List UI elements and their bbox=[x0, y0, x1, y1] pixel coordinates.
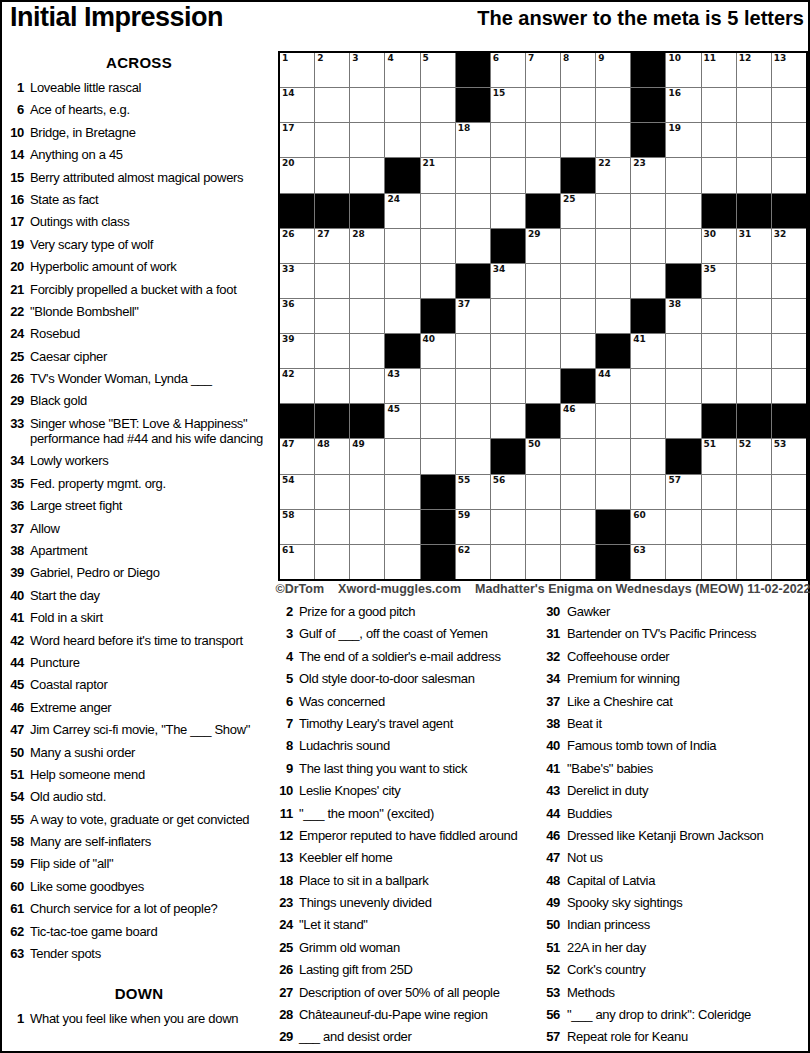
grid-cell[interactable]: 26 bbox=[280, 229, 314, 263]
grid-cell[interactable]: 60 bbox=[631, 510, 665, 544]
grid-cell[interactable]: 34 bbox=[491, 264, 525, 298]
grid-cell[interactable] bbox=[350, 475, 384, 509]
grid-cell-black bbox=[737, 194, 771, 228]
clue-number: 45 bbox=[0, 677, 24, 692]
cell-number: 40 bbox=[423, 334, 436, 344]
grid-cell[interactable] bbox=[631, 229, 665, 263]
clue-number: 36 bbox=[0, 498, 24, 513]
grid-cell[interactable] bbox=[491, 510, 525, 544]
clue-item: 1Loveable little rascal bbox=[0, 80, 278, 95]
grid-cell[interactable] bbox=[491, 299, 525, 333]
clue-text: Caesar cipher bbox=[30, 349, 278, 364]
grid-cell[interactable]: 35 bbox=[702, 264, 736, 298]
grid-cell[interactable] bbox=[421, 369, 455, 403]
grid-cell[interactable] bbox=[772, 510, 806, 544]
clue-item: 57Repeat role for Keanu bbox=[540, 1029, 808, 1044]
grid-cell-black bbox=[456, 53, 490, 87]
clue-item: 27Description of over 50% of all people bbox=[278, 985, 538, 1000]
clue-item: 45Coastal raptor bbox=[0, 677, 278, 692]
clue-number: 44 bbox=[0, 655, 24, 670]
grid-cell[interactable] bbox=[702, 369, 736, 403]
grid-cell[interactable] bbox=[385, 545, 419, 579]
clue-item: 29Black gold bbox=[0, 393, 278, 408]
grid-cell[interactable] bbox=[491, 369, 525, 403]
grid-cell[interactable] bbox=[666, 545, 700, 579]
grid-cell[interactable] bbox=[526, 264, 560, 298]
clue-item: 26TV's Wonder Woman, Lynda ___ bbox=[0, 371, 278, 386]
grid-cell[interactable] bbox=[561, 545, 595, 579]
grid-cell[interactable] bbox=[666, 334, 700, 368]
grid-cell[interactable] bbox=[702, 158, 736, 192]
clue-number: 26 bbox=[0, 371, 24, 386]
grid-cell[interactable] bbox=[456, 229, 490, 263]
clue-number: 27 bbox=[278, 985, 293, 1000]
grid-cell[interactable]: 46 bbox=[561, 404, 595, 438]
clue-item: 51Help someone mend bbox=[0, 767, 278, 782]
meta-answer-note: The answer to the meta is 5 letters bbox=[477, 7, 804, 30]
clue-number: 47 bbox=[0, 722, 24, 737]
grid-cell[interactable]: 12 bbox=[737, 53, 771, 87]
grid-cell[interactable] bbox=[596, 299, 630, 333]
grid-cell[interactable] bbox=[315, 545, 349, 579]
clue-text: "Babe's" babies bbox=[567, 761, 808, 776]
clue-item: 47Not us bbox=[540, 850, 808, 865]
clue-item: 55A way to vote, graduate or get convict… bbox=[0, 812, 278, 827]
grid-cell[interactable] bbox=[456, 158, 490, 192]
grid-cell[interactable] bbox=[491, 158, 525, 192]
grid-cell[interactable]: 16 bbox=[666, 88, 700, 122]
clue-number: 25 bbox=[0, 349, 24, 364]
grid-cell[interactable]: 24 bbox=[385, 194, 419, 228]
grid-cell[interactable] bbox=[772, 369, 806, 403]
grid-cell[interactable] bbox=[596, 123, 630, 157]
grid-cell[interactable] bbox=[772, 264, 806, 298]
grid-cell[interactable]: 18 bbox=[456, 123, 490, 157]
clue-text: Jim Carrey sci-fi movie, "The ___ Show" bbox=[30, 722, 278, 737]
clue-item: 29___ and desist order bbox=[278, 1029, 538, 1044]
grid-cell[interactable] bbox=[491, 194, 525, 228]
grid-cell[interactable] bbox=[315, 510, 349, 544]
grid-cell[interactable] bbox=[491, 334, 525, 368]
grid-cell[interactable] bbox=[421, 88, 455, 122]
grid-cell[interactable] bbox=[385, 229, 419, 263]
grid-cell[interactable] bbox=[772, 123, 806, 157]
grid-cell-black bbox=[315, 194, 349, 228]
grid-cell[interactable] bbox=[666, 229, 700, 263]
grid-cell[interactable] bbox=[421, 123, 455, 157]
grid-cell[interactable]: 48 bbox=[315, 439, 349, 473]
clue-number: 13 bbox=[278, 850, 293, 865]
grid-cell[interactable] bbox=[315, 123, 349, 157]
grid-cell[interactable]: 14 bbox=[280, 88, 314, 122]
grid-cell-black bbox=[666, 439, 700, 473]
grid-cell[interactable] bbox=[702, 88, 736, 122]
grid-cell[interactable]: 57 bbox=[666, 475, 700, 509]
grid-cell[interactable] bbox=[315, 158, 349, 192]
clue-text: Ace of hearts, e.g. bbox=[30, 102, 278, 117]
grid-cell[interactable] bbox=[350, 510, 384, 544]
clue-item: 56"___ any drop to drink": Coleridge bbox=[540, 1007, 808, 1022]
grid-cell[interactable]: 50 bbox=[526, 439, 560, 473]
clue-number: 11 bbox=[278, 806, 293, 821]
clue-number: 2 bbox=[278, 604, 293, 619]
grid-cell[interactable] bbox=[385, 299, 419, 333]
grid-cell[interactable] bbox=[491, 123, 525, 157]
cell-number: 29 bbox=[528, 229, 541, 239]
cell-number: 12 bbox=[739, 53, 752, 63]
grid-cell[interactable] bbox=[421, 264, 455, 298]
grid-cell[interactable]: 61 bbox=[280, 545, 314, 579]
grid-cell[interactable] bbox=[526, 510, 560, 544]
grid-cell[interactable] bbox=[561, 88, 595, 122]
grid-cell[interactable] bbox=[526, 88, 560, 122]
cell-number: 63 bbox=[633, 545, 646, 555]
grid-cell[interactable]: 55 bbox=[456, 475, 490, 509]
grid-cell[interactable] bbox=[631, 369, 665, 403]
clue-text: Cork's country bbox=[567, 962, 808, 977]
grid-cell[interactable] bbox=[702, 299, 736, 333]
grid-cell[interactable]: 44 bbox=[596, 369, 630, 403]
cell-number: 2 bbox=[317, 53, 323, 63]
clue-text: Châteauneuf-du-Pape wine region bbox=[299, 1007, 538, 1022]
grid-cell[interactable] bbox=[526, 299, 560, 333]
grid-cell[interactable] bbox=[702, 123, 736, 157]
grid-cell[interactable] bbox=[315, 369, 349, 403]
clue-text: Spooky sky sightings bbox=[567, 895, 808, 910]
grid-cell[interactable] bbox=[526, 475, 560, 509]
clue-text: Leslie Knopes' city bbox=[299, 783, 538, 798]
grid-cell[interactable]: 63 bbox=[631, 545, 665, 579]
grid-cell[interactable]: 21 bbox=[421, 158, 455, 192]
grid-cell[interactable] bbox=[491, 545, 525, 579]
clue-text: Repeat role for Keanu bbox=[567, 1029, 808, 1044]
clue-item: 8Ludachris sound bbox=[278, 738, 538, 753]
grid-cell[interactable]: 27 bbox=[315, 229, 349, 263]
grid-cell[interactable]: 54 bbox=[280, 475, 314, 509]
grid-cell[interactable] bbox=[631, 439, 665, 473]
grid-cell[interactable]: 42 bbox=[280, 369, 314, 403]
clue-text: Extreme anger bbox=[30, 700, 278, 715]
grid-cell[interactable] bbox=[631, 264, 665, 298]
grid-cell[interactable] bbox=[315, 264, 349, 298]
grid-cell[interactable]: 37 bbox=[456, 299, 490, 333]
grid-cell[interactable]: 22 bbox=[596, 158, 630, 192]
grid-cell[interactable] bbox=[456, 439, 490, 473]
grid-cell[interactable] bbox=[737, 299, 771, 333]
clue-item: 52Cork's country bbox=[540, 962, 808, 977]
grid-cell[interactable] bbox=[737, 158, 771, 192]
grid-cell-black bbox=[561, 369, 595, 403]
clue-text: Emperor reputed to have fiddled around bbox=[299, 828, 538, 843]
grid-cell[interactable] bbox=[596, 264, 630, 298]
clue-number: 37 bbox=[0, 521, 24, 536]
clue-number: 53 bbox=[540, 985, 560, 1000]
clue-text: Outings with class bbox=[30, 214, 278, 229]
grid-cell[interactable]: 53 bbox=[772, 439, 806, 473]
grid-cell[interactable] bbox=[737, 510, 771, 544]
grid-cell[interactable] bbox=[385, 475, 419, 509]
grid-cell[interactable] bbox=[772, 299, 806, 333]
clue-text: State as fact bbox=[30, 192, 278, 207]
grid-cell[interactable] bbox=[737, 123, 771, 157]
clue-item: 9The last thing you want to stick bbox=[278, 761, 538, 776]
grid-cell[interactable] bbox=[666, 510, 700, 544]
clue-number: 12 bbox=[278, 828, 293, 843]
cell-number: 31 bbox=[739, 229, 752, 239]
grid-cell[interactable] bbox=[315, 475, 349, 509]
clue-number: 4 bbox=[278, 649, 293, 664]
grid-cell[interactable] bbox=[350, 545, 384, 579]
clue-number: 50 bbox=[0, 745, 24, 760]
cell-number: 41 bbox=[633, 334, 646, 344]
grid-cell[interactable] bbox=[596, 439, 630, 473]
grid-cell[interactable] bbox=[596, 88, 630, 122]
grid-cell[interactable] bbox=[772, 545, 806, 579]
grid-cell[interactable] bbox=[385, 510, 419, 544]
grid-cell[interactable] bbox=[666, 369, 700, 403]
grid-cell[interactable]: 8 bbox=[561, 53, 595, 87]
cell-number: 22 bbox=[598, 158, 611, 168]
grid-cell[interactable]: 58 bbox=[280, 510, 314, 544]
grid-cell[interactable]: 4 bbox=[385, 53, 419, 87]
grid-cell[interactable] bbox=[421, 439, 455, 473]
grid-cell[interactable] bbox=[385, 123, 419, 157]
grid-cell[interactable] bbox=[315, 299, 349, 333]
clue-number: 15 bbox=[0, 170, 24, 185]
grid-cell[interactable] bbox=[631, 194, 665, 228]
clue-text: Indian princess bbox=[567, 917, 808, 932]
grid-cell[interactable]: 36 bbox=[280, 299, 314, 333]
cell-number: 50 bbox=[528, 439, 541, 449]
grid-cell-black bbox=[596, 545, 630, 579]
clue-number: 17 bbox=[0, 214, 24, 229]
grid-cell[interactable]: 10 bbox=[666, 53, 700, 87]
grid-cell[interactable] bbox=[421, 229, 455, 263]
grid-cell[interactable]: 43 bbox=[385, 369, 419, 403]
cell-number: 23 bbox=[633, 158, 646, 168]
clue-text: Flip side of "all" bbox=[30, 856, 278, 871]
grid-cell[interactable]: 13 bbox=[772, 53, 806, 87]
cell-number: 8 bbox=[563, 53, 569, 63]
grid-cell[interactable] bbox=[350, 123, 384, 157]
clue-number: 49 bbox=[540, 895, 560, 910]
clue-text: Many are self-inflaters bbox=[30, 834, 278, 849]
clue-text: Buddies bbox=[567, 806, 808, 821]
grid-cell[interactable] bbox=[385, 439, 419, 473]
clue-text: Premium for winning bbox=[567, 671, 808, 686]
grid-cell[interactable] bbox=[526, 545, 560, 579]
grid-cell[interactable] bbox=[596, 194, 630, 228]
clue-item: 54Old audio std. bbox=[0, 789, 278, 804]
grid-cell[interactable] bbox=[561, 334, 595, 368]
clue-text: Gulf of ___, off the coast of Yemen bbox=[299, 626, 538, 641]
grid-cell[interactable] bbox=[421, 404, 455, 438]
grid-cell[interactable] bbox=[456, 334, 490, 368]
grid-cell[interactable]: 25 bbox=[561, 194, 595, 228]
clue-number: 41 bbox=[540, 761, 560, 776]
grid-cell[interactable] bbox=[526, 158, 560, 192]
clue-item: 12Emperor reputed to have fiddled around bbox=[278, 828, 538, 843]
clue-text: TV's Wonder Woman, Lynda ___ bbox=[30, 371, 278, 386]
grid-cell[interactable] bbox=[350, 369, 384, 403]
clue-number: 29 bbox=[0, 393, 24, 408]
grid-cell[interactable]: 23 bbox=[631, 158, 665, 192]
cell-number: 21 bbox=[423, 158, 436, 168]
grid-cell[interactable] bbox=[526, 123, 560, 157]
grid-cell[interactable] bbox=[631, 404, 665, 438]
grid-cell[interactable]: 39 bbox=[280, 334, 314, 368]
grid-cell[interactable]: 1 bbox=[280, 53, 314, 87]
grid-cell[interactable]: 6 bbox=[491, 53, 525, 87]
grid-cell[interactable] bbox=[737, 475, 771, 509]
grid-cell[interactable]: 45 bbox=[385, 404, 419, 438]
clue-text: Ludachris sound bbox=[299, 738, 538, 753]
grid-cell[interactable]: 49 bbox=[350, 439, 384, 473]
grid-cell[interactable] bbox=[526, 369, 560, 403]
grid-cell[interactable]: 19 bbox=[666, 123, 700, 157]
grid-cell[interactable]: 32 bbox=[772, 229, 806, 263]
cell-number: 58 bbox=[282, 510, 295, 520]
cell-number: 9 bbox=[598, 53, 604, 63]
grid-cell[interactable] bbox=[702, 334, 736, 368]
grid-cell[interactable] bbox=[385, 264, 419, 298]
grid-cell-black bbox=[456, 88, 490, 122]
clue-text: Methods bbox=[567, 985, 808, 1000]
grid-cell-black bbox=[280, 194, 314, 228]
grid-cell[interactable] bbox=[737, 264, 771, 298]
grid-cell[interactable] bbox=[456, 194, 490, 228]
grid-cell[interactable] bbox=[702, 510, 736, 544]
grid-cell[interactable]: 51 bbox=[702, 439, 736, 473]
grid-cell[interactable] bbox=[702, 545, 736, 579]
grid-cell-black bbox=[561, 158, 595, 192]
grid-cell[interactable]: 7 bbox=[526, 53, 560, 87]
grid-cell[interactable] bbox=[385, 88, 419, 122]
grid-cell[interactable]: 2 bbox=[315, 53, 349, 87]
clue-number: 8 bbox=[278, 738, 293, 753]
grid-cell[interactable] bbox=[737, 369, 771, 403]
grid-cell[interactable]: 28 bbox=[350, 229, 384, 263]
grid-cell[interactable] bbox=[561, 510, 595, 544]
clue-item: 1What you feel like when you are down bbox=[0, 1011, 278, 1026]
grid-cell[interactable]: 31 bbox=[737, 229, 771, 263]
grid-cell[interactable] bbox=[350, 334, 384, 368]
grid-cell-black bbox=[631, 53, 665, 87]
clue-item: 58Many are self-inflaters bbox=[0, 834, 278, 849]
clue-text: Keebler elf home bbox=[299, 850, 538, 865]
grid-cell[interactable] bbox=[666, 158, 700, 192]
grid-cell[interactable]: 47 bbox=[280, 439, 314, 473]
clue-item: 30Gawker bbox=[540, 604, 808, 619]
copyright-line: ©DrTomXword-muggles.comMadhatter's Enigm… bbox=[278, 582, 808, 596]
grid-cell[interactable] bbox=[491, 404, 525, 438]
clue-number: 50 bbox=[540, 917, 560, 932]
cell-number: 48 bbox=[317, 439, 330, 449]
grid-cell[interactable] bbox=[596, 475, 630, 509]
grid-cell[interactable]: 5 bbox=[421, 53, 455, 87]
grid-cell[interactable] bbox=[526, 334, 560, 368]
grid-cell[interactable]: 56 bbox=[491, 475, 525, 509]
grid-cell[interactable]: 11 bbox=[702, 53, 736, 87]
grid-cell[interactable]: 29 bbox=[526, 229, 560, 263]
clue-text: Gawker bbox=[567, 604, 808, 619]
grid-cell[interactable] bbox=[737, 545, 771, 579]
grid-cell[interactable] bbox=[737, 334, 771, 368]
grid-cell[interactable] bbox=[561, 229, 595, 263]
grid-cell[interactable] bbox=[666, 404, 700, 438]
grid-cell[interactable] bbox=[772, 475, 806, 509]
cell-number: 57 bbox=[668, 475, 681, 485]
grid-cell[interactable] bbox=[772, 158, 806, 192]
grid-cell[interactable] bbox=[561, 123, 595, 157]
grid-cell[interactable]: 52 bbox=[737, 439, 771, 473]
grid-cell[interactable]: 15 bbox=[491, 88, 525, 122]
grid-cell[interactable] bbox=[772, 88, 806, 122]
grid-cell[interactable] bbox=[737, 88, 771, 122]
grid-cell[interactable]: 59 bbox=[456, 510, 490, 544]
grid-cell[interactable]: 62 bbox=[456, 545, 490, 579]
grid-cell[interactable] bbox=[350, 264, 384, 298]
grid-cell[interactable] bbox=[456, 369, 490, 403]
grid-cell[interactable] bbox=[315, 334, 349, 368]
grid-cell[interactable]: 40 bbox=[421, 334, 455, 368]
grid-cell[interactable] bbox=[350, 88, 384, 122]
grid-cell[interactable]: 33 bbox=[280, 264, 314, 298]
grid-cell[interactable] bbox=[772, 334, 806, 368]
grid-cell[interactable] bbox=[456, 404, 490, 438]
clue-text: Timothy Leary's travel agent bbox=[299, 716, 538, 731]
grid-cell[interactable] bbox=[596, 229, 630, 263]
grid-cell[interactable] bbox=[596, 404, 630, 438]
grid-cell[interactable] bbox=[561, 264, 595, 298]
clue-item: 62Tic-tac-toe game board bbox=[0, 924, 278, 939]
grid-cell[interactable]: 41 bbox=[631, 334, 665, 368]
grid-cell[interactable] bbox=[350, 158, 384, 192]
clue-text: Like some goodbyes bbox=[30, 879, 278, 894]
clue-number: 24 bbox=[278, 917, 293, 932]
grid-cell[interactable] bbox=[315, 88, 349, 122]
grid-cell[interactable]: 20 bbox=[280, 158, 314, 192]
clue-item: 26Lasting gift from 25D bbox=[278, 962, 538, 977]
clue-item: 15Berry attributed almost magical powers bbox=[0, 170, 278, 185]
clue-number: 6 bbox=[0, 102, 24, 117]
grid-cell[interactable]: 30 bbox=[702, 229, 736, 263]
grid-cell[interactable] bbox=[631, 475, 665, 509]
grid-cell[interactable]: 3 bbox=[350, 53, 384, 87]
grid-cell[interactable] bbox=[561, 475, 595, 509]
cell-number: 45 bbox=[387, 404, 400, 414]
grid-cell[interactable] bbox=[666, 194, 700, 228]
clue-text: Place to sit in a ballpark bbox=[299, 873, 538, 888]
clue-item: 6Ace of hearts, e.g. bbox=[0, 102, 278, 117]
clue-item: 25Caesar cipher bbox=[0, 349, 278, 364]
clue-number: 1 bbox=[0, 80, 24, 95]
grid-cell-black bbox=[526, 404, 560, 438]
grid-cell[interactable] bbox=[561, 439, 595, 473]
clue-text: Not us bbox=[567, 850, 808, 865]
cell-number: 6 bbox=[493, 53, 499, 63]
grid-cell[interactable] bbox=[421, 194, 455, 228]
clue-number: 35 bbox=[0, 476, 24, 491]
cell-number: 59 bbox=[458, 510, 471, 520]
grid-cell[interactable]: 9 bbox=[596, 53, 630, 87]
grid-cell[interactable]: 17 bbox=[280, 123, 314, 157]
grid-cell[interactable] bbox=[702, 475, 736, 509]
cell-number: 53 bbox=[774, 439, 787, 449]
grid-cell[interactable] bbox=[350, 299, 384, 333]
grid-cell[interactable]: 38 bbox=[666, 299, 700, 333]
grid-cell[interactable] bbox=[561, 299, 595, 333]
